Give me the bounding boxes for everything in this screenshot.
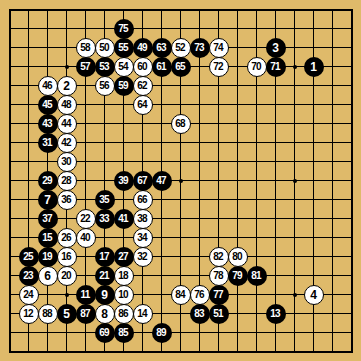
go-stone-black-11[interactable]: 11 bbox=[76, 285, 96, 305]
go-stone-black-9[interactable]: 9 bbox=[95, 285, 115, 305]
move-number-label: 62 bbox=[137, 81, 147, 91]
go-stone-black-17[interactable]: 17 bbox=[95, 247, 115, 267]
go-stone-black-53[interactable]: 53 bbox=[95, 57, 115, 77]
go-stone-white-78[interactable]: 78 bbox=[209, 266, 229, 286]
move-number-label: 16 bbox=[61, 252, 71, 262]
move-number-label: 59 bbox=[118, 81, 128, 91]
go-stone-white-14[interactable]: 14 bbox=[133, 304, 153, 324]
go-diagram: 1234567891011121314151617181920212223242… bbox=[0, 0, 361, 361]
go-stone-white-2[interactable]: 2 bbox=[57, 76, 77, 96]
move-number-label: 45 bbox=[42, 100, 52, 110]
move-number-label: 54 bbox=[118, 62, 128, 72]
move-number-label: 74 bbox=[213, 43, 223, 53]
go-stone-black-33[interactable]: 33 bbox=[95, 209, 115, 229]
go-stone-white-48[interactable]: 48 bbox=[57, 95, 77, 115]
move-number-label: 75 bbox=[118, 24, 128, 34]
move-number-label: 28 bbox=[61, 176, 71, 186]
go-stone-black-23[interactable]: 23 bbox=[19, 266, 39, 286]
move-number-label: 40 bbox=[80, 233, 90, 243]
move-number-label: 18 bbox=[118, 271, 128, 281]
move-number-label: 49 bbox=[137, 43, 147, 53]
move-number-label: 57 bbox=[80, 62, 90, 72]
move-number-label: 56 bbox=[99, 81, 109, 91]
move-number-label: 23 bbox=[23, 271, 33, 281]
move-number-label: 35 bbox=[99, 195, 109, 205]
move-number-label: 86 bbox=[118, 309, 128, 319]
go-stone-black-47[interactable]: 47 bbox=[152, 171, 172, 191]
go-stone-black-75[interactable]: 75 bbox=[114, 19, 134, 39]
go-stone-white-12[interactable]: 12 bbox=[19, 304, 39, 324]
move-number-label: 84 bbox=[175, 290, 185, 300]
move-number-label: 8 bbox=[101, 308, 108, 320]
go-stone-white-86[interactable]: 86 bbox=[114, 304, 134, 324]
move-number-label: 31 bbox=[42, 138, 52, 148]
go-stone-white-68[interactable]: 68 bbox=[171, 114, 191, 134]
move-number-label: 44 bbox=[61, 119, 71, 129]
go-stone-white-28[interactable]: 28 bbox=[57, 171, 77, 191]
go-stone-black-63[interactable]: 63 bbox=[152, 38, 172, 58]
go-stone-white-38[interactable]: 38 bbox=[133, 209, 153, 229]
go-stone-black-1[interactable]: 1 bbox=[304, 57, 324, 77]
move-number-label: 22 bbox=[80, 214, 90, 224]
go-stone-white-44[interactable]: 44 bbox=[57, 114, 77, 134]
go-stone-white-62[interactable]: 62 bbox=[133, 76, 153, 96]
go-stone-white-6[interactable]: 6 bbox=[38, 266, 58, 286]
move-number-label: 53 bbox=[99, 62, 109, 72]
go-stone-black-21[interactable]: 21 bbox=[95, 266, 115, 286]
move-number-label: 69 bbox=[99, 328, 109, 338]
go-stone-black-43[interactable]: 43 bbox=[38, 114, 58, 134]
go-stone-white-42[interactable]: 42 bbox=[57, 133, 77, 153]
go-stone-black-83[interactable]: 83 bbox=[190, 304, 210, 324]
move-number-label: 30 bbox=[61, 157, 71, 167]
move-number-label: 39 bbox=[118, 176, 128, 186]
move-number-label: 24 bbox=[23, 290, 33, 300]
go-stone-white-24[interactable]: 24 bbox=[19, 285, 39, 305]
move-number-label: 27 bbox=[118, 252, 128, 262]
board-intersections-grid: 1234567891011121314151617181920212223242… bbox=[0, 0, 361, 361]
move-number-label: 38 bbox=[137, 214, 147, 224]
go-stone-white-70[interactable]: 70 bbox=[247, 57, 267, 77]
go-stone-black-65[interactable]: 65 bbox=[171, 57, 191, 77]
go-stone-white-74[interactable]: 74 bbox=[209, 38, 229, 58]
go-stone-white-88[interactable]: 88 bbox=[38, 304, 58, 324]
move-number-label: 80 bbox=[232, 252, 242, 262]
move-number-label: 78 bbox=[213, 271, 223, 281]
go-stone-black-51[interactable]: 51 bbox=[209, 304, 229, 324]
move-number-label: 51 bbox=[213, 309, 223, 319]
move-number-label: 46 bbox=[42, 81, 52, 91]
go-board[interactable]: 1234567891011121314151617181920212223242… bbox=[0, 0, 361, 361]
move-number-label: 1 bbox=[310, 61, 317, 73]
go-stone-white-34[interactable]: 34 bbox=[133, 228, 153, 248]
go-stone-black-15[interactable]: 15 bbox=[38, 228, 58, 248]
go-stone-black-85[interactable]: 85 bbox=[114, 323, 134, 343]
move-number-label: 60 bbox=[137, 62, 147, 72]
move-number-label: 37 bbox=[42, 214, 52, 224]
go-stone-white-82[interactable]: 82 bbox=[209, 247, 229, 267]
go-stone-white-26[interactable]: 26 bbox=[57, 228, 77, 248]
go-stone-black-37[interactable]: 37 bbox=[38, 209, 58, 229]
move-number-label: 9 bbox=[101, 289, 108, 301]
go-stone-black-71[interactable]: 71 bbox=[266, 57, 286, 77]
move-number-label: 72 bbox=[213, 62, 223, 72]
move-number-label: 17 bbox=[99, 252, 109, 262]
go-stone-black-29[interactable]: 29 bbox=[38, 171, 58, 191]
move-number-label: 71 bbox=[270, 62, 280, 72]
move-number-label: 55 bbox=[118, 43, 128, 53]
move-number-label: 64 bbox=[137, 100, 147, 110]
go-stone-black-27[interactable]: 27 bbox=[114, 247, 134, 267]
go-stone-white-76[interactable]: 76 bbox=[190, 285, 210, 305]
go-stone-white-52[interactable]: 52 bbox=[171, 38, 191, 58]
go-stone-white-64[interactable]: 64 bbox=[133, 95, 153, 115]
move-number-label: 66 bbox=[137, 195, 147, 205]
move-number-label: 50 bbox=[99, 43, 109, 53]
move-number-label: 25 bbox=[23, 252, 33, 262]
move-number-label: 41 bbox=[118, 214, 128, 224]
move-number-label: 65 bbox=[175, 62, 185, 72]
go-stone-white-84[interactable]: 84 bbox=[171, 285, 191, 305]
go-stone-white-18[interactable]: 18 bbox=[114, 266, 134, 286]
go-stone-black-39[interactable]: 39 bbox=[114, 171, 134, 191]
go-stone-white-36[interactable]: 36 bbox=[57, 190, 77, 210]
move-number-label: 47 bbox=[156, 176, 166, 186]
move-number-label: 82 bbox=[213, 252, 223, 262]
go-stone-white-30[interactable]: 30 bbox=[57, 152, 77, 172]
move-number-label: 81 bbox=[251, 271, 261, 281]
move-number-label: 52 bbox=[175, 43, 185, 53]
move-number-label: 21 bbox=[99, 271, 109, 281]
move-number-label: 29 bbox=[42, 176, 52, 186]
go-stone-white-80[interactable]: 80 bbox=[228, 247, 248, 267]
go-stone-black-89[interactable]: 89 bbox=[152, 323, 172, 343]
move-number-label: 77 bbox=[213, 290, 223, 300]
go-stone-white-66[interactable]: 66 bbox=[133, 190, 153, 210]
go-stone-black-55[interactable]: 55 bbox=[114, 38, 134, 58]
go-stone-black-35[interactable]: 35 bbox=[95, 190, 115, 210]
go-stone-white-8[interactable]: 8 bbox=[95, 304, 115, 324]
go-stone-black-73[interactable]: 73 bbox=[190, 38, 210, 58]
move-number-label: 26 bbox=[61, 233, 71, 243]
move-number-label: 68 bbox=[175, 119, 185, 129]
go-stone-black-31[interactable]: 31 bbox=[38, 133, 58, 153]
move-number-label: 67 bbox=[137, 176, 147, 186]
move-number-label: 73 bbox=[194, 43, 204, 53]
move-number-label: 33 bbox=[99, 214, 109, 224]
go-stone-black-57[interactable]: 57 bbox=[76, 57, 96, 77]
move-number-label: 10 bbox=[118, 290, 128, 300]
move-number-label: 6 bbox=[44, 270, 51, 282]
go-stone-white-22[interactable]: 22 bbox=[76, 209, 96, 229]
move-number-label: 5 bbox=[63, 308, 70, 320]
move-number-label: 36 bbox=[61, 195, 71, 205]
move-number-label: 76 bbox=[194, 290, 204, 300]
go-stone-white-46[interactable]: 46 bbox=[38, 76, 58, 96]
go-stone-white-32[interactable]: 32 bbox=[133, 247, 153, 267]
go-stone-white-72[interactable]: 72 bbox=[209, 57, 229, 77]
go-stone-black-41[interactable]: 41 bbox=[114, 209, 134, 229]
move-number-label: 79 bbox=[232, 271, 242, 281]
go-stone-black-77[interactable]: 77 bbox=[209, 285, 229, 305]
move-number-label: 63 bbox=[156, 43, 166, 53]
move-number-label: 13 bbox=[270, 309, 280, 319]
move-number-label: 61 bbox=[156, 62, 166, 72]
go-stone-black-67[interactable]: 67 bbox=[133, 171, 153, 191]
go-stone-black-87[interactable]: 87 bbox=[76, 304, 96, 324]
go-stone-white-4[interactable]: 4 bbox=[304, 285, 324, 305]
go-stone-black-79[interactable]: 79 bbox=[228, 266, 248, 286]
go-stone-white-58[interactable]: 58 bbox=[76, 38, 96, 58]
move-number-label: 88 bbox=[42, 309, 52, 319]
move-number-label: 15 bbox=[42, 233, 52, 243]
move-number-label: 32 bbox=[137, 252, 147, 262]
go-stone-black-3[interactable]: 3 bbox=[266, 38, 286, 58]
go-stone-black-49[interactable]: 49 bbox=[133, 38, 153, 58]
go-stone-black-25[interactable]: 25 bbox=[19, 247, 39, 267]
go-stone-black-7[interactable]: 7 bbox=[38, 190, 58, 210]
go-stone-white-40[interactable]: 40 bbox=[76, 228, 96, 248]
go-stone-white-16[interactable]: 16 bbox=[57, 247, 77, 267]
go-stone-white-20[interactable]: 20 bbox=[57, 266, 77, 286]
move-number-label: 2 bbox=[63, 80, 70, 92]
move-number-label: 4 bbox=[310, 289, 317, 301]
go-stone-black-69[interactable]: 69 bbox=[95, 323, 115, 343]
move-number-label: 3 bbox=[272, 42, 279, 54]
move-number-label: 70 bbox=[251, 62, 261, 72]
move-number-label: 34 bbox=[137, 233, 147, 243]
go-stone-white-54[interactable]: 54 bbox=[114, 57, 134, 77]
go-stone-black-5[interactable]: 5 bbox=[57, 304, 77, 324]
move-number-label: 83 bbox=[194, 309, 204, 319]
move-number-label: 7 bbox=[44, 194, 51, 206]
move-number-label: 87 bbox=[80, 309, 90, 319]
go-stone-white-56[interactable]: 56 bbox=[95, 76, 115, 96]
move-number-label: 48 bbox=[61, 100, 71, 110]
go-stone-black-81[interactable]: 81 bbox=[247, 266, 267, 286]
move-number-label: 58 bbox=[80, 43, 90, 53]
go-stone-black-61[interactable]: 61 bbox=[152, 57, 172, 77]
go-stone-white-60[interactable]: 60 bbox=[133, 57, 153, 77]
go-stone-black-59[interactable]: 59 bbox=[114, 76, 134, 96]
go-stone-white-50[interactable]: 50 bbox=[95, 38, 115, 58]
move-number-label: 14 bbox=[137, 309, 147, 319]
move-number-label: 42 bbox=[61, 138, 71, 148]
move-number-label: 20 bbox=[61, 271, 71, 281]
move-number-label: 12 bbox=[23, 309, 33, 319]
go-stone-black-13[interactable]: 13 bbox=[266, 304, 286, 324]
go-stone-black-45[interactable]: 45 bbox=[38, 95, 58, 115]
move-number-label: 43 bbox=[42, 119, 52, 129]
go-stone-white-10[interactable]: 10 bbox=[114, 285, 134, 305]
move-number-label: 85 bbox=[118, 328, 128, 338]
go-stone-black-19[interactable]: 19 bbox=[38, 247, 58, 267]
move-number-label: 19 bbox=[42, 252, 52, 262]
move-number-label: 11 bbox=[81, 290, 90, 300]
move-number-label: 89 bbox=[156, 328, 166, 338]
